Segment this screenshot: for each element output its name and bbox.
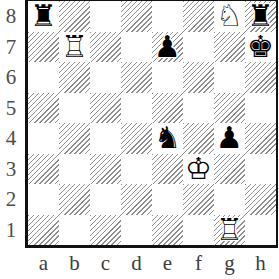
white-knight: ♘ [214,1,245,32]
chess-diagram: 87654321 ♜♜♞♘♜♜♜♖♟♟♚♚♞♞♟♟♚♔♜♖ abcdefgh [0,0,279,279]
square-f4[interactable] [183,123,214,154]
white-knight-backing: ♞ [214,1,245,32]
rank-label-4: 4 [0,123,22,154]
square-a8[interactable]: ♜♜ [28,1,59,32]
square-b8[interactable] [59,1,90,32]
square-g3[interactable] [214,154,245,185]
square-d4[interactable] [121,123,152,154]
square-g7[interactable] [214,32,245,63]
square-f8[interactable] [183,1,214,32]
square-g8[interactable]: ♞♘ [214,1,245,32]
square-a6[interactable] [28,62,59,93]
square-h7[interactable]: ♚♚ [245,32,276,63]
square-a7[interactable] [28,32,59,63]
square-f1[interactable] [183,215,214,246]
file-label-c: c [90,250,121,276]
square-g4[interactable]: ♟♟ [214,123,245,154]
rank-label-3: 3 [0,154,22,185]
square-a4[interactable] [28,123,59,154]
white-rook: ♖ [214,215,245,246]
square-d8[interactable] [121,1,152,32]
black-pawn-backing: ♟ [214,123,245,154]
square-e5[interactable] [152,93,183,124]
square-c3[interactable] [90,154,121,185]
file-label-a: a [28,250,59,276]
square-g1[interactable]: ♜♖ [214,215,245,246]
square-g5[interactable] [214,93,245,124]
square-b6[interactable] [59,62,90,93]
square-a2[interactable] [28,184,59,215]
square-h4[interactable] [245,123,276,154]
square-c8[interactable] [90,1,121,32]
square-b4[interactable] [59,123,90,154]
square-f5[interactable] [183,93,214,124]
square-c7[interactable] [90,32,121,63]
square-f3[interactable]: ♚♔ [183,154,214,185]
square-h2[interactable] [245,184,276,215]
black-rook: ♜ [245,1,276,32]
square-e3[interactable] [152,154,183,185]
square-c4[interactable] [90,123,121,154]
square-g6[interactable] [214,62,245,93]
black-rook-backing: ♜ [28,1,59,32]
square-e8[interactable] [152,1,183,32]
square-d7[interactable] [121,32,152,63]
square-d3[interactable] [121,154,152,185]
file-label-g: g [214,250,245,276]
chess-board: ♜♜♞♘♜♜♜♖♟♟♚♚♞♞♟♟♚♔♜♖ [25,0,278,248]
black-knight: ♞ [152,123,183,154]
square-c2[interactable] [90,184,121,215]
black-rook-backing: ♜ [245,1,276,32]
square-b5[interactable] [59,93,90,124]
square-c1[interactable] [90,215,121,246]
square-a5[interactable] [28,93,59,124]
square-f6[interactable] [183,62,214,93]
square-h3[interactable] [245,154,276,185]
white-king: ♔ [183,154,214,185]
black-pawn: ♟ [152,32,183,63]
file-label-b: b [59,250,90,276]
rank-label-2: 2 [0,184,22,215]
square-a1[interactable] [28,215,59,246]
square-b1[interactable] [59,215,90,246]
square-b2[interactable] [59,184,90,215]
square-e1[interactable] [152,215,183,246]
white-rook: ♖ [59,32,90,63]
square-d6[interactable] [121,62,152,93]
rank-label-8: 8 [0,1,22,32]
rank-label-7: 7 [0,32,22,63]
square-h5[interactable] [245,93,276,124]
square-d5[interactable] [121,93,152,124]
square-e7[interactable]: ♟♟ [152,32,183,63]
black-pawn: ♟ [214,123,245,154]
square-h1[interactable] [245,215,276,246]
square-b7[interactable]: ♜♖ [59,32,90,63]
square-e6[interactable] [152,62,183,93]
square-d1[interactable] [121,215,152,246]
square-c6[interactable] [90,62,121,93]
white-king-backing: ♚ [183,154,214,185]
black-pawn-backing: ♟ [152,32,183,63]
black-king-backing: ♚ [245,32,276,63]
rank-label-5: 5 [0,93,22,124]
square-f2[interactable] [183,184,214,215]
square-c5[interactable] [90,93,121,124]
rank-label-6: 6 [0,62,22,93]
white-rook-backing: ♜ [59,32,90,63]
square-a3[interactable] [28,154,59,185]
black-knight-backing: ♞ [152,123,183,154]
file-label-h: h [245,250,276,276]
file-label-d: d [121,250,152,276]
rank-labels: 87654321 [0,0,25,249]
file-labels: abcdefgh [28,250,276,276]
black-king: ♚ [245,32,276,63]
file-label-f: f [183,250,214,276]
rank-label-1: 1 [0,215,22,246]
square-b3[interactable] [59,154,90,185]
black-rook: ♜ [28,1,59,32]
square-g2[interactable] [214,184,245,215]
square-h6[interactable] [245,62,276,93]
square-e2[interactable] [152,184,183,215]
white-rook-backing: ♜ [214,215,245,246]
square-f7[interactable] [183,32,214,63]
square-e4[interactable]: ♞♞ [152,123,183,154]
square-h8[interactable]: ♜♜ [245,1,276,32]
square-d2[interactable] [121,184,152,215]
file-label-e: e [152,250,183,276]
